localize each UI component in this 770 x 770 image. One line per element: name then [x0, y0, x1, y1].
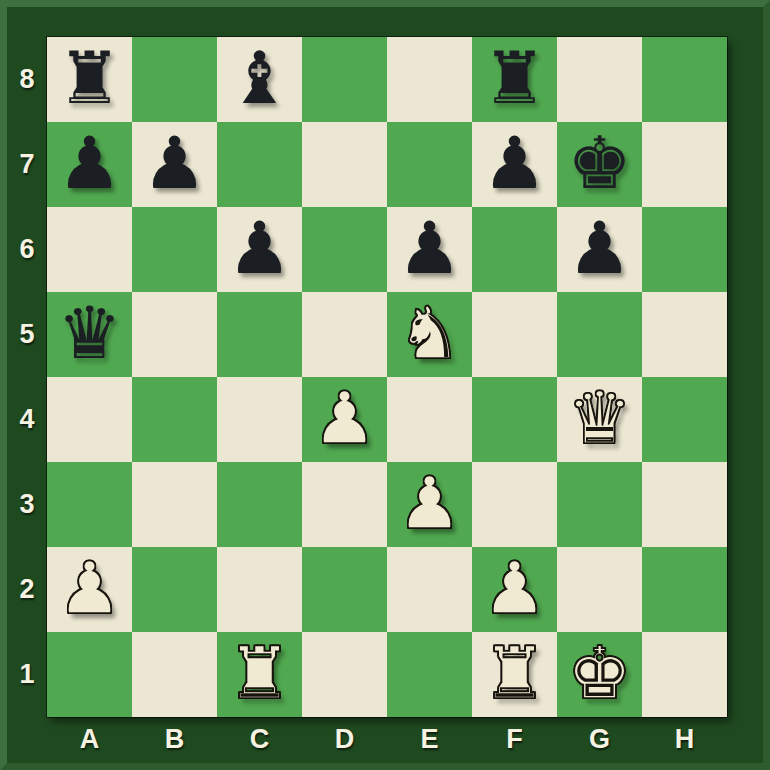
white-pawn-icon[interactable]: ♟ [47, 547, 132, 632]
square-g3[interactable] [557, 462, 642, 547]
square-d5[interactable] [302, 292, 387, 377]
square-g2[interactable] [557, 547, 642, 632]
square-c1[interactable]: ♜ [217, 632, 302, 717]
square-c3[interactable] [217, 462, 302, 547]
file-label-g: G [557, 717, 642, 761]
file-label-c: C [217, 717, 302, 761]
white-pawn-icon[interactable]: ♟ [302, 377, 387, 462]
square-h1[interactable] [642, 632, 727, 717]
square-a5[interactable]: ♛ [47, 292, 132, 377]
square-f3[interactable] [472, 462, 557, 547]
square-h6[interactable] [642, 207, 727, 292]
square-g4[interactable]: ♛ [557, 377, 642, 462]
square-d4[interactable]: ♟ [302, 377, 387, 462]
black-bishop-icon[interactable]: ♝ [217, 37, 302, 122]
square-e7[interactable] [387, 122, 472, 207]
square-g8[interactable] [557, 37, 642, 122]
square-d1[interactable] [302, 632, 387, 717]
white-pawn-icon[interactable]: ♟ [472, 547, 557, 632]
square-f4[interactable] [472, 377, 557, 462]
square-h4[interactable] [642, 377, 727, 462]
rank-labels: 87654321 [7, 37, 47, 717]
white-rook-icon[interactable]: ♜ [472, 632, 557, 717]
square-h5[interactable] [642, 292, 727, 377]
square-a8[interactable]: ♜ [47, 37, 132, 122]
square-d8[interactable] [302, 37, 387, 122]
square-f5[interactable] [472, 292, 557, 377]
white-knight-icon[interactable]: ♞ [387, 292, 472, 377]
file-label-b: B [132, 717, 217, 761]
black-pawn-icon[interactable]: ♟ [47, 122, 132, 207]
square-d6[interactable] [302, 207, 387, 292]
square-f1[interactable]: ♜ [472, 632, 557, 717]
square-d7[interactable] [302, 122, 387, 207]
rank-label-1: 1 [7, 632, 47, 717]
rank-label-6: 6 [7, 207, 47, 292]
rank-label-4: 4 [7, 377, 47, 462]
file-labels: ABCDEFGH [47, 717, 727, 761]
file-label-a: A [47, 717, 132, 761]
square-c6[interactable]: ♟ [217, 207, 302, 292]
square-e3[interactable]: ♟ [387, 462, 472, 547]
square-f7[interactable]: ♟ [472, 122, 557, 207]
square-c8[interactable]: ♝ [217, 37, 302, 122]
square-b6[interactable] [132, 207, 217, 292]
square-c2[interactable] [217, 547, 302, 632]
black-pawn-icon[interactable]: ♟ [557, 207, 642, 292]
square-g1[interactable]: ♚ [557, 632, 642, 717]
square-e4[interactable] [387, 377, 472, 462]
rank-label-3: 3 [7, 462, 47, 547]
white-queen-icon[interactable]: ♛ [557, 377, 642, 462]
black-pawn-icon[interactable]: ♟ [132, 122, 217, 207]
square-g6[interactable]: ♟ [557, 207, 642, 292]
black-queen-icon[interactable]: ♛ [47, 292, 132, 377]
black-pawn-icon[interactable]: ♟ [387, 207, 472, 292]
square-a3[interactable] [47, 462, 132, 547]
rank-label-7: 7 [7, 122, 47, 207]
file-label-d: D [302, 717, 387, 761]
rank-label-5: 5 [7, 292, 47, 377]
black-pawn-icon[interactable]: ♟ [217, 207, 302, 292]
square-a6[interactable] [47, 207, 132, 292]
square-a4[interactable] [47, 377, 132, 462]
square-g5[interactable] [557, 292, 642, 377]
black-pawn-icon[interactable]: ♟ [472, 122, 557, 207]
square-c7[interactable] [217, 122, 302, 207]
square-h7[interactable] [642, 122, 727, 207]
square-f2[interactable]: ♟ [472, 547, 557, 632]
square-d3[interactable] [302, 462, 387, 547]
file-label-f: F [472, 717, 557, 761]
chessboard[interactable]: ♜♝♜♟♟♟♚♟♟♟♛♞♟♛♟♟♟♜♜♚ [47, 37, 727, 717]
black-rook-icon[interactable]: ♜ [472, 37, 557, 122]
square-d2[interactable] [302, 547, 387, 632]
square-b8[interactable] [132, 37, 217, 122]
square-e6[interactable]: ♟ [387, 207, 472, 292]
file-label-e: E [387, 717, 472, 761]
square-b2[interactable] [132, 547, 217, 632]
square-c4[interactable] [217, 377, 302, 462]
rank-label-2: 2 [7, 547, 47, 632]
square-a7[interactable]: ♟ [47, 122, 132, 207]
white-pawn-icon[interactable]: ♟ [387, 462, 472, 547]
square-b3[interactable] [132, 462, 217, 547]
square-h8[interactable] [642, 37, 727, 122]
square-c5[interactable] [217, 292, 302, 377]
square-b1[interactable] [132, 632, 217, 717]
square-f6[interactable] [472, 207, 557, 292]
square-g7[interactable]: ♚ [557, 122, 642, 207]
square-f8[interactable]: ♜ [472, 37, 557, 122]
rank-label-8: 8 [7, 37, 47, 122]
square-a1[interactable] [47, 632, 132, 717]
white-rook-icon[interactable]: ♜ [217, 632, 302, 717]
chessboard-frame: 87654321 ABCDEFGH ♜♝♜♟♟♟♚♟♟♟♛♞♟♛♟♟♟♜♜♚ [0, 0, 770, 770]
square-e5[interactable]: ♞ [387, 292, 472, 377]
square-e1[interactable] [387, 632, 472, 717]
black-king-icon[interactable]: ♚ [557, 122, 642, 207]
square-a2[interactable]: ♟ [47, 547, 132, 632]
square-b4[interactable] [132, 377, 217, 462]
square-h3[interactable] [642, 462, 727, 547]
square-b5[interactable] [132, 292, 217, 377]
file-label-h: H [642, 717, 727, 761]
square-h2[interactable] [642, 547, 727, 632]
square-e8[interactable] [387, 37, 472, 122]
white-king-icon[interactable]: ♚ [557, 632, 642, 717]
square-b7[interactable]: ♟ [132, 122, 217, 207]
square-e2[interactable] [387, 547, 472, 632]
black-rook-icon[interactable]: ♜ [47, 37, 132, 122]
